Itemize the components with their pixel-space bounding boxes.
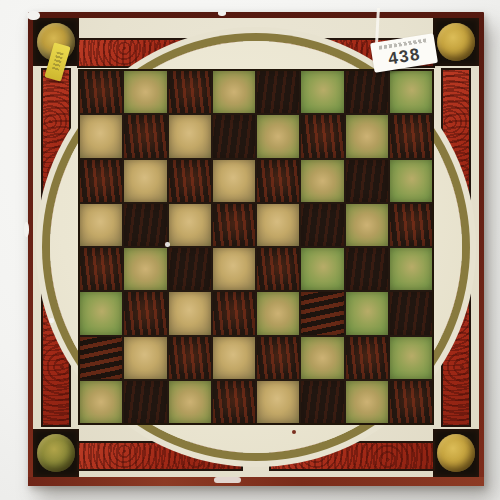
square-a7 [80,115,122,157]
square-h2 [390,337,432,379]
square-e4 [257,248,299,290]
wear-chip [218,10,226,16]
square-g2 [346,337,388,379]
square-a6 [80,160,122,202]
square-d2 [213,337,255,379]
square-h1 [390,381,432,423]
square-f4 [301,248,343,290]
square-f8 [301,71,343,113]
medallion-icon-bottom-right [437,434,475,472]
checkerboard [78,69,434,425]
square-a5 [80,204,122,246]
yellow-tag-mark [52,51,64,70]
game-board [28,12,484,486]
square-e3 [257,292,299,334]
medallion-icon-bottom-left [37,434,75,472]
square-b8 [124,71,166,113]
square-a1 [80,381,122,423]
square-g8 [346,71,388,113]
wear-chip [49,318,54,323]
square-b6 [124,160,166,202]
square-b1 [124,381,166,423]
square-h6 [390,160,432,202]
square-h4 [390,248,432,290]
board-bottom-edge [28,477,484,486]
square-a2 [80,337,122,379]
square-h5 [390,204,432,246]
square-d5 [213,204,255,246]
square-f6 [301,160,343,202]
medallion-icon-top-right [437,23,475,61]
square-b4 [124,248,166,290]
wear-chip [24,222,29,237]
square-d3 [213,292,255,334]
square-f5 [301,204,343,246]
square-b5 [124,204,166,246]
square-b2 [124,337,166,379]
square-g6 [346,160,388,202]
square-f2 [301,337,343,379]
corner-square-bottom-right [433,429,479,477]
wear-chip [214,477,241,483]
square-a8 [80,71,122,113]
square-d1 [213,381,255,423]
square-e7 [257,115,299,157]
square-c5 [169,204,211,246]
square-c1 [169,381,211,423]
square-e2 [257,337,299,379]
square-f1 [301,381,343,423]
square-c3 [169,292,211,334]
square-c7 [169,115,211,157]
square-g1 [346,381,388,423]
square-c2 [169,337,211,379]
square-e8 [257,71,299,113]
square-f3 [301,292,343,334]
square-h8 [390,71,432,113]
square-c4 [169,248,211,290]
square-a4 [80,248,122,290]
board-face [33,18,479,477]
square-h7 [390,115,432,157]
square-e6 [257,160,299,202]
square-c6 [169,160,211,202]
corner-square-bottom-left [33,429,79,477]
square-d7 [213,115,255,157]
square-g3 [346,292,388,334]
square-g4 [346,248,388,290]
corner-square-top-right [433,18,479,66]
wear-chip [165,242,170,247]
square-h3 [390,292,432,334]
square-d4 [213,248,255,290]
square-g7 [346,115,388,157]
square-e5 [257,204,299,246]
square-b3 [124,292,166,334]
wear-chip [27,11,40,20]
square-d8 [213,71,255,113]
square-a3 [80,292,122,334]
square-f7 [301,115,343,157]
square-c8 [169,71,211,113]
square-d6 [213,160,255,202]
square-g5 [346,204,388,246]
auction-photo: 438 [0,0,500,500]
paint-dot [292,430,296,434]
square-b7 [124,115,166,157]
square-e1 [257,381,299,423]
